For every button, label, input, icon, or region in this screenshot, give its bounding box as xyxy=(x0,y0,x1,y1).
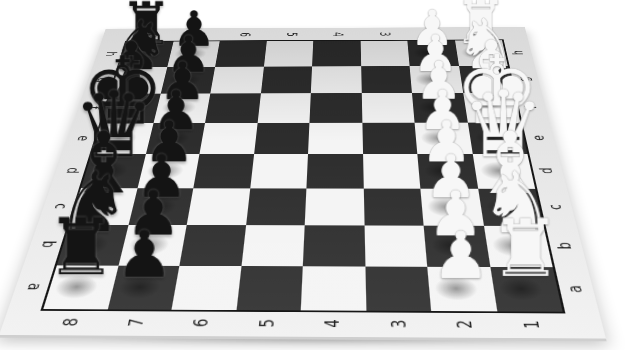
file-label-right-a: a xyxy=(565,285,585,293)
square-g3[interactable] xyxy=(361,66,412,93)
square-h4[interactable] xyxy=(312,41,361,66)
rank-label-back-8: 8 xyxy=(145,33,159,37)
square-f4[interactable] xyxy=(309,93,361,122)
rank-label-front-6: 6 xyxy=(192,319,211,327)
rank-label-front-3: 3 xyxy=(390,320,409,329)
rank-label-back-5: 5 xyxy=(284,32,297,36)
board-scene: 8765432187654321abcdefghabcdefgh ♜♟♟♜♞♟♟… xyxy=(0,27,606,339)
rank-label-front-4: 4 xyxy=(324,319,342,327)
black-rook-glyph: ♜ xyxy=(46,208,116,287)
square-h7[interactable] xyxy=(167,41,220,66)
square-e6[interactable] xyxy=(199,123,257,154)
black-pawn-glyph: ♟ xyxy=(115,222,173,287)
square-h8[interactable] xyxy=(119,42,173,67)
square-h3[interactable] xyxy=(360,41,409,66)
file-label-left-a: a xyxy=(23,283,43,291)
white-rook-glyph: ♜ xyxy=(490,209,561,289)
rank-label-front-7: 7 xyxy=(127,318,147,326)
file-label-left-h: h xyxy=(103,52,117,56)
square-f5[interactable] xyxy=(257,93,311,122)
rank-label-front-1: 1 xyxy=(522,320,542,329)
white-pawn-glyph: ♟ xyxy=(432,223,491,289)
square-h1[interactable] xyxy=(455,40,508,65)
square-h6[interactable] xyxy=(215,41,266,66)
rank-label-back-2: 2 xyxy=(423,32,436,36)
chessboard-photo: 8765432187654321abcdefghabcdefgh ♜♟♟♜♞♟♟… xyxy=(0,0,630,350)
square-g4[interactable] xyxy=(311,66,361,93)
square-g5[interactable] xyxy=(260,66,312,93)
square-e3[interactable] xyxy=(362,122,417,154)
rank-label-back-4: 4 xyxy=(330,32,343,36)
rank-label-front-8: 8 xyxy=(62,318,82,326)
square-e5[interactable] xyxy=(254,122,310,154)
square-h2[interactable] xyxy=(407,40,458,65)
rank-label-back-7: 7 xyxy=(191,33,205,37)
square-f3[interactable] xyxy=(361,93,414,122)
square-g6[interactable] xyxy=(210,66,263,93)
square-g2[interactable] xyxy=(410,66,463,93)
square-f6[interactable] xyxy=(205,93,260,122)
file-label-right-h: h xyxy=(511,50,525,54)
rank-label-back-3: 3 xyxy=(377,32,390,36)
square-h5[interactable] xyxy=(264,41,314,66)
rank-label-front-2: 2 xyxy=(456,320,475,329)
square-g7[interactable] xyxy=(160,66,215,93)
rank-label-back-6: 6 xyxy=(237,33,250,37)
rank-label-front-5: 5 xyxy=(258,319,277,327)
rank-label-back-1: 1 xyxy=(470,32,484,36)
square-e4[interactable] xyxy=(308,122,363,154)
